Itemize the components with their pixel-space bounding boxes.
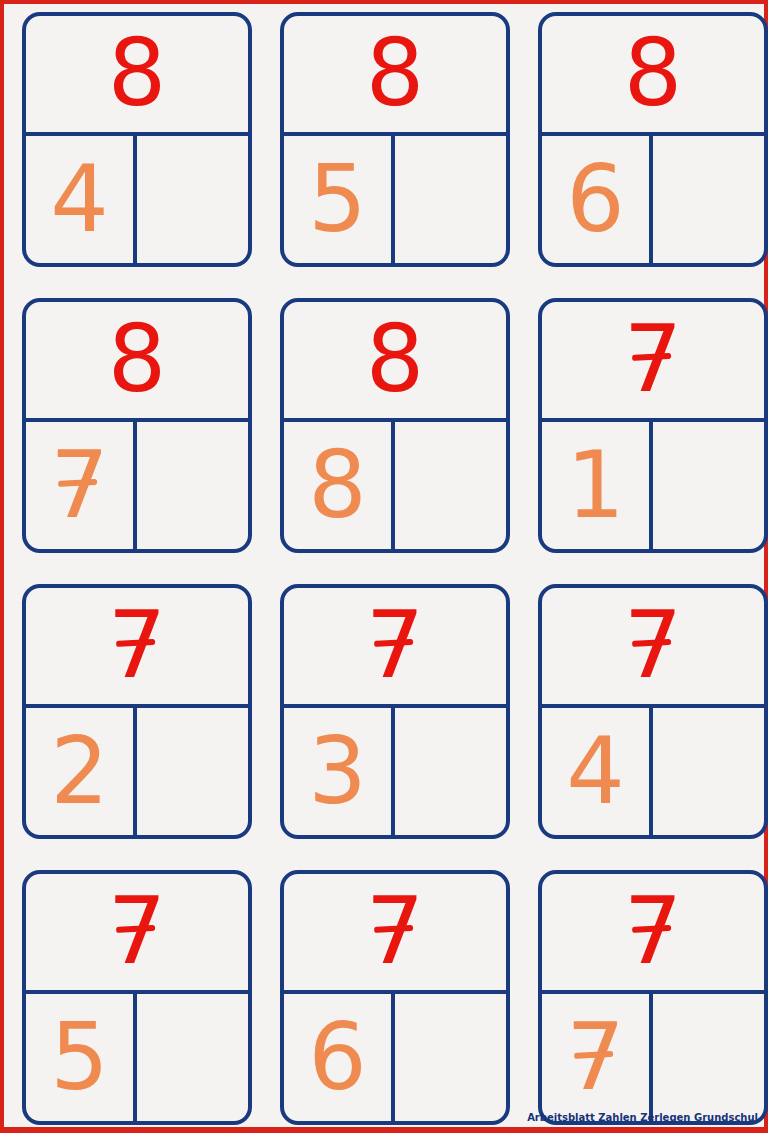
number-bond-card: 8 8 [280, 298, 510, 553]
parts-row: 6 [284, 994, 506, 1121]
part-number: 7 [50, 440, 109, 532]
total-number: 8 [108, 314, 167, 406]
given-part-cell: 4 [26, 136, 137, 263]
part-number: 6 [566, 154, 625, 246]
seven-crossbar [632, 639, 671, 647]
given-part-cell: 4 [542, 708, 653, 835]
given-part-cell: 7 [26, 422, 137, 549]
total-number: 7 [108, 886, 167, 978]
parts-row: 1 [542, 422, 764, 549]
parts-row: 5 [284, 136, 506, 263]
parts-row: 6 [542, 136, 764, 263]
seven-crossbar [632, 353, 671, 361]
missing-part-cell [395, 994, 506, 1121]
total-number: 7 [624, 886, 683, 978]
number-bond-card: 8 7 [22, 298, 252, 553]
missing-part-cell [137, 994, 248, 1121]
given-part-cell: 5 [284, 136, 395, 263]
part-number: 5 [308, 154, 367, 246]
total-number: 8 [108, 28, 167, 120]
part-number: 4 [50, 154, 109, 246]
parts-row: 2 [26, 708, 248, 835]
missing-part-cell [653, 136, 764, 263]
parts-row: 7 [26, 422, 248, 549]
parts-row: 4 [542, 708, 764, 835]
seven-crossbar [374, 639, 413, 647]
total-cell: 8 [26, 302, 248, 422]
number-bond-card: 7 4 [538, 584, 768, 839]
part-number: 6 [308, 1012, 367, 1104]
seven-crossbar [632, 925, 671, 933]
number-bond-card: 7 2 [22, 584, 252, 839]
total-cell: 8 [284, 16, 506, 136]
total-number: 8 [366, 28, 425, 120]
given-part-cell: 7 [542, 994, 653, 1121]
seven-crossbar [374, 925, 413, 933]
part-number: 7 [566, 1012, 625, 1104]
missing-part-cell [137, 136, 248, 263]
missing-part-cell [653, 708, 764, 835]
number-bond-card: 7 5 [22, 870, 252, 1125]
seven-crossbar [116, 639, 155, 647]
parts-row: 3 [284, 708, 506, 835]
number-bond-card: 7 7 [538, 870, 768, 1125]
missing-part-cell [395, 708, 506, 835]
total-cell: 8 [26, 16, 248, 136]
total-number: 7 [108, 600, 167, 692]
number-bond-cards-grid: 8 4 8 5 8 6 8 [22, 12, 768, 1125]
total-cell: 7 [284, 874, 506, 994]
seven-crossbar [58, 479, 97, 487]
missing-part-cell [137, 422, 248, 549]
number-bond-card: 7 3 [280, 584, 510, 839]
number-bond-card: 8 5 [280, 12, 510, 267]
part-number: 2 [50, 726, 109, 818]
given-part-cell: 6 [542, 136, 653, 263]
total-cell: 7 [542, 588, 764, 708]
total-number: 7 [624, 314, 683, 406]
given-part-cell: 8 [284, 422, 395, 549]
missing-part-cell [653, 422, 764, 549]
number-bond-card: 8 4 [22, 12, 252, 267]
seven-crossbar [574, 1051, 613, 1059]
seven-crossbar [116, 925, 155, 933]
missing-part-cell [395, 136, 506, 263]
missing-part-cell [653, 994, 764, 1121]
given-part-cell: 6 [284, 994, 395, 1121]
missing-part-cell [395, 422, 506, 549]
total-cell: 7 [542, 302, 764, 422]
given-part-cell: 1 [542, 422, 653, 549]
part-number: 3 [308, 726, 367, 818]
part-number: 8 [308, 440, 367, 532]
number-bond-card: 7 6 [280, 870, 510, 1125]
total-number: 8 [624, 28, 683, 120]
total-cell: 7 [26, 874, 248, 994]
parts-row: 8 [284, 422, 506, 549]
total-cell: 7 [284, 588, 506, 708]
parts-row: 5 [26, 994, 248, 1121]
total-number: 7 [366, 600, 425, 692]
total-number: 7 [624, 600, 683, 692]
total-cell: 8 [542, 16, 764, 136]
parts-row: 7 [542, 994, 764, 1121]
missing-part-cell [137, 708, 248, 835]
given-part-cell: 5 [26, 994, 137, 1121]
number-bond-card: 7 1 [538, 298, 768, 553]
given-part-cell: 3 [284, 708, 395, 835]
number-bond-card: 8 6 [538, 12, 768, 267]
total-cell: 7 [542, 874, 764, 994]
total-number: 8 [366, 314, 425, 406]
total-cell: 7 [26, 588, 248, 708]
watermark-text: Arbeitsblatt Zahlen Zerlegen Grundschul [527, 1112, 758, 1123]
parts-row: 4 [26, 136, 248, 263]
given-part-cell: 2 [26, 708, 137, 835]
part-number: 5 [50, 1012, 109, 1104]
worksheet-frame: 8 4 8 5 8 6 8 [0, 0, 768, 1133]
part-number: 1 [566, 440, 625, 532]
total-cell: 8 [284, 302, 506, 422]
part-number: 4 [566, 726, 625, 818]
total-number: 7 [366, 886, 425, 978]
